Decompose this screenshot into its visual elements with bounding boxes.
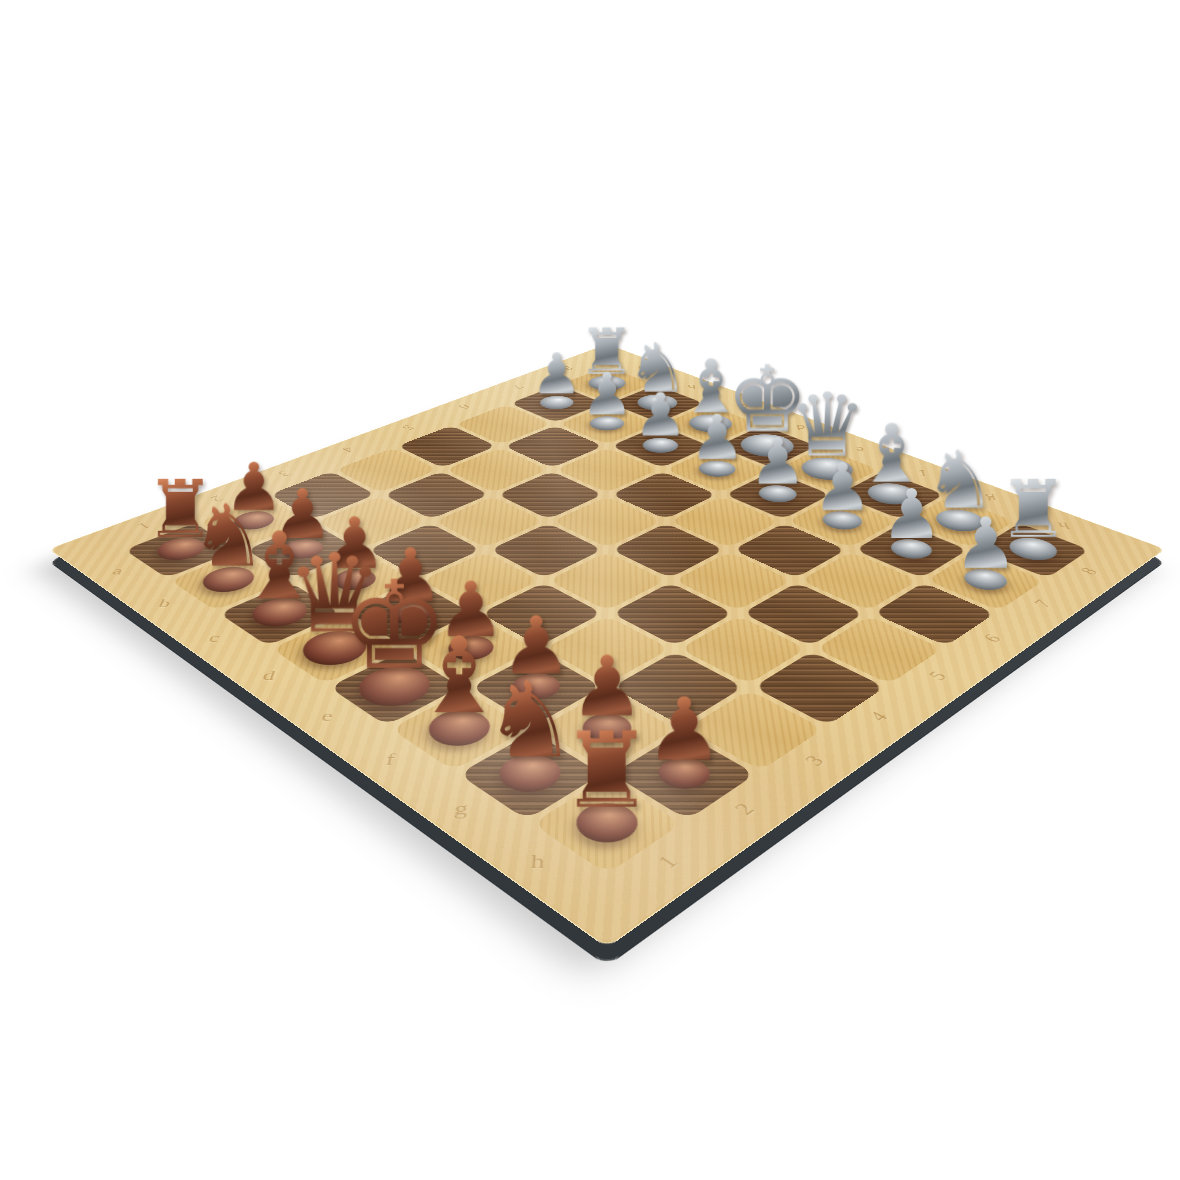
- rank-label-6-far: 6: [455, 403, 474, 411]
- file-label-e-near: e: [320, 708, 335, 724]
- silver-pawn-glyph: ♟: [813, 456, 872, 519]
- silver-pawn-glyph: ♟: [531, 347, 582, 401]
- silver-pawn-glyph: ♟: [881, 482, 942, 547]
- copper-rook-glyph: ♜: [560, 721, 654, 821]
- rank-label-2-near: 2: [729, 799, 760, 818]
- file-label-a-near: a: [110, 565, 126, 577]
- rank-label-6-near: 6: [978, 631, 1006, 645]
- silver-pawn-glyph: ♟: [633, 387, 687, 444]
- rank-label-3-near: 3: [799, 752, 830, 770]
- silver-pawn-glyph: ♟: [954, 510, 1018, 577]
- product-photo: ♜♞♝♚♛♝♞♜♟♟♟♟♟♟♟♟♟♟♟♟♟♟♟♟♜♞♝♛♚♝♞♜ aabbccd…: [0, 0, 1180, 1180]
- silver-pawn-glyph: ♟: [581, 366, 633, 421]
- file-label-b-near: b: [156, 597, 173, 610]
- copper-pawn-glyph: ♟: [645, 689, 723, 771]
- rank-label-4-near: 4: [864, 708, 894, 724]
- file-label-f-near: f: [384, 751, 396, 768]
- board-squares: ♜♞♝♚♛♝♞♜♟♟♟♟♟♟♟♟♟♟♟♟♟♟♟♟♜♞♝♛♚♝♞♜: [126, 366, 1088, 871]
- rank-label-8-near: 8: [1076, 565, 1103, 577]
- rank-label-5-near: 5: [923, 668, 952, 683]
- file-label-c-near: c: [207, 631, 223, 645]
- silver-pawn-glyph: ♟: [749, 431, 806, 492]
- file-label-d-near: d: [261, 668, 278, 683]
- square-f5: [674, 552, 791, 611]
- chess-board: ♜♞♝♚♛♝♞♜♟♟♟♟♟♟♟♟♟♟♟♟♟♟♟♟♜♞♝♛♚♝♞♜ aabbccd…: [48, 344, 1165, 948]
- rank-label-1-near: 1: [651, 851, 683, 872]
- rank-label-5-far: 5: [398, 423, 417, 431]
- rank-label-4-far: 4: [338, 445, 357, 454]
- silver-pawn-glyph: ♟: [689, 408, 745, 467]
- rank-label-7-near: 7: [1029, 597, 1056, 610]
- rank-label-7-far: 7: [508, 383, 526, 390]
- file-label-h-near: h: [530, 851, 545, 872]
- file-label-g-near: g: [453, 799, 469, 818]
